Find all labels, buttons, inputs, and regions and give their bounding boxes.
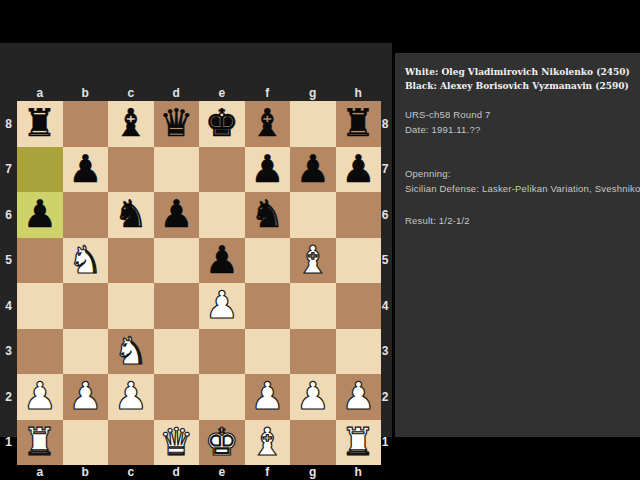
square-g8[interactable] — [290, 101, 336, 147]
rank-label-8: 8 — [0, 101, 17, 147]
file-label-a: a — [17, 86, 63, 101]
square-d6[interactable]: ♟ — [154, 192, 200, 238]
square-b3[interactable] — [63, 329, 109, 375]
file-label-b: b — [63, 465, 109, 480]
rank-label-2: 2 — [0, 374, 17, 420]
square-e3[interactable] — [199, 329, 245, 375]
rank-label-6: 6 — [0, 192, 17, 238]
file-label-g: g — [290, 465, 336, 480]
black-rook-a8[interactable]: ♜ — [23, 101, 57, 146]
square-d7[interactable] — [154, 147, 200, 193]
square-a6[interactable]: ♟ — [17, 192, 63, 238]
black-player-line: Black: Alexey Borisovich Vyzmanavin (259… — [405, 79, 630, 93]
file-label-e: e — [199, 465, 245, 480]
file-label-c: c — [108, 86, 154, 101]
rank-label-1: 1 — [0, 420, 17, 466]
square-c6[interactable]: ♞ — [108, 192, 154, 238]
square-a1[interactable]: ♜ — [17, 420, 63, 466]
square-h6[interactable] — [336, 192, 382, 238]
square-f8[interactable]: ♝ — [245, 101, 291, 147]
square-h2[interactable]: ♟ — [336, 374, 382, 420]
square-g6[interactable] — [290, 192, 336, 238]
square-f1[interactable]: ♝ — [245, 420, 291, 466]
black-pawn-f7[interactable]: ♟ — [250, 147, 284, 192]
square-g1[interactable] — [290, 420, 336, 466]
file-label-c: c — [108, 465, 154, 480]
square-a5[interactable] — [17, 238, 63, 284]
file-labels-top: abcdefgh — [17, 86, 381, 101]
square-g7[interactable]: ♟ — [290, 147, 336, 193]
white-pawn-a2[interactable]: ♟ — [23, 374, 57, 419]
file-label-d: d — [154, 465, 200, 480]
file-label-h: h — [336, 86, 382, 101]
file-label-g: g — [290, 86, 336, 101]
square-b2[interactable]: ♟ — [63, 374, 109, 420]
file-label-e: e — [199, 86, 245, 101]
square-f2[interactable]: ♟ — [245, 374, 291, 420]
square-a7[interactable] — [17, 147, 63, 193]
black-rook-h8[interactable]: ♜ — [341, 101, 375, 146]
white-pawn-e4[interactable]: ♟ — [205, 283, 239, 328]
white-pawn-h2[interactable]: ♟ — [341, 374, 375, 419]
rank-label-4: 4 — [378, 283, 392, 329]
square-b1[interactable] — [63, 420, 109, 466]
player-names: White: Oleg Vladimirovich Nikolenko (245… — [405, 65, 630, 93]
game-info-panel: White: Oleg Vladimirovich Nikolenko (245… — [395, 53, 640, 437]
square-d2[interactable] — [154, 374, 200, 420]
date-line: Date: 1991.11.?? — [405, 122, 491, 137]
square-c8[interactable]: ♝ — [108, 101, 154, 147]
white-rook-h1[interactable]: ♜ — [341, 420, 375, 465]
white-bishop-f1[interactable]: ♝ — [250, 420, 284, 465]
square-c1[interactable] — [108, 420, 154, 466]
square-f6[interactable]: ♞ — [245, 192, 291, 238]
rank-label-7: 7 — [0, 147, 17, 193]
square-a4[interactable] — [17, 283, 63, 329]
rank-label-7: 7 — [378, 147, 392, 193]
black-bishop-f8[interactable]: ♝ — [250, 101, 284, 146]
rank-labels-right: 87654321 — [378, 101, 392, 465]
file-labels-bottom: abcdefgh — [17, 465, 381, 480]
rank-label-2: 2 — [378, 374, 392, 420]
black-knight-f6[interactable]: ♞ — [250, 192, 284, 237]
square-d3[interactable] — [154, 329, 200, 375]
black-pawn-d6[interactable]: ♟ — [159, 192, 193, 237]
square-g5[interactable]: ♝ — [290, 238, 336, 284]
opening-name: Sicilian Defense: Lasker-Pelikan Variati… — [405, 181, 640, 196]
square-e6[interactable] — [199, 192, 245, 238]
black-knight-c6[interactable]: ♞ — [114, 192, 148, 237]
square-a8[interactable]: ♜ — [17, 101, 63, 147]
file-label-f: f — [245, 86, 291, 101]
square-d5[interactable] — [154, 238, 200, 284]
square-h4[interactable] — [336, 283, 382, 329]
square-d1[interactable]: ♛ — [154, 420, 200, 466]
square-f5[interactable] — [245, 238, 291, 284]
square-f7[interactable]: ♟ — [245, 147, 291, 193]
square-e5[interactable]: ♟ — [199, 238, 245, 284]
white-pawn-b2[interactable]: ♟ — [68, 374, 102, 419]
chess-board-widget: abcdefgh 87654321 ♜♝♛♚♝♜♟♟♟♟♟♞♟♞♞♟♝♟♞♟♟♟… — [0, 43, 392, 437]
rank-label-3: 3 — [0, 329, 17, 375]
white-knight-c3[interactable]: ♞ — [114, 329, 148, 374]
white-bishop-g5[interactable]: ♝ — [296, 238, 330, 283]
white-player-line: White: Oleg Vladimirovich Nikolenko (245… — [405, 65, 630, 79]
file-label-b: b — [63, 86, 109, 101]
square-h3[interactable] — [336, 329, 382, 375]
square-e1[interactable]: ♚ — [199, 420, 245, 466]
rank-labels-left: 87654321 — [0, 101, 17, 465]
square-c4[interactable] — [108, 283, 154, 329]
white-knight-b5[interactable]: ♞ — [68, 238, 102, 283]
rank-label-5: 5 — [0, 238, 17, 284]
square-b7[interactable]: ♟ — [63, 147, 109, 193]
file-label-h: h — [336, 465, 382, 480]
black-pawn-e5[interactable]: ♟ — [205, 238, 239, 283]
square-g3[interactable] — [290, 329, 336, 375]
square-a2[interactable]: ♟ — [17, 374, 63, 420]
black-pawn-h7[interactable]: ♟ — [341, 147, 375, 192]
square-h7[interactable]: ♟ — [336, 147, 382, 193]
rank-label-6: 6 — [378, 192, 392, 238]
white-king-e1[interactable]: ♚ — [205, 420, 239, 465]
square-e2[interactable] — [199, 374, 245, 420]
black-queen-d8[interactable]: ♛ — [159, 101, 193, 146]
square-g4[interactable] — [290, 283, 336, 329]
black-king-e8[interactable]: ♚ — [205, 101, 239, 146]
square-b4[interactable] — [63, 283, 109, 329]
square-b6[interactable] — [63, 192, 109, 238]
square-e7[interactable] — [199, 147, 245, 193]
white-pawn-c2[interactable]: ♟ — [114, 374, 148, 419]
file-label-d: d — [154, 86, 200, 101]
square-c5[interactable] — [108, 238, 154, 284]
rank-label-8: 8 — [378, 101, 392, 147]
square-f4[interactable] — [245, 283, 291, 329]
result-line: Result: 1/2-1/2 — [405, 213, 470, 228]
rank-label-3: 3 — [378, 329, 392, 375]
rank-label-5: 5 — [378, 238, 392, 284]
square-h8[interactable]: ♜ — [336, 101, 382, 147]
square-c7[interactable] — [108, 147, 154, 193]
opening-label: Openning: — [405, 166, 640, 181]
white-queen-d1[interactable]: ♛ — [159, 420, 193, 465]
rank-label-1: 1 — [378, 420, 392, 466]
square-h1[interactable]: ♜ — [336, 420, 382, 466]
square-a3[interactable] — [17, 329, 63, 375]
event-line: URS-ch58 Round 7 — [405, 107, 491, 122]
square-f3[interactable] — [245, 329, 291, 375]
black-pawn-g7[interactable]: ♟ — [296, 147, 330, 192]
square-d4[interactable] — [154, 283, 200, 329]
white-pawn-g2[interactable]: ♟ — [296, 374, 330, 419]
square-d8[interactable]: ♛ — [154, 101, 200, 147]
square-g2[interactable]: ♟ — [290, 374, 336, 420]
black-pawn-a6[interactable]: ♟ — [23, 192, 57, 237]
opening-info: Openning: Sicilian Defense: Lasker-Pelik… — [405, 166, 640, 196]
square-b8[interactable] — [63, 101, 109, 147]
square-h5[interactable] — [336, 238, 382, 284]
board: ♜♝♛♚♝♜♟♟♟♟♟♞♟♞♞♟♝♟♞♟♟♟♟♟♟♜♛♚♝♜ — [17, 101, 381, 465]
event-info: URS-ch58 Round 7 Date: 1991.11.?? — [405, 107, 491, 137]
square-c2[interactable]: ♟ — [108, 374, 154, 420]
rank-label-4: 4 — [0, 283, 17, 329]
white-rook-a1[interactable]: ♜ — [23, 420, 57, 465]
file-label-a: a — [17, 465, 63, 480]
square-c3[interactable]: ♞ — [108, 329, 154, 375]
page: abcdefgh 87654321 ♜♝♛♚♝♜♟♟♟♟♟♞♟♞♞♟♝♟♞♟♟♟… — [0, 0, 640, 480]
square-e4[interactable]: ♟ — [199, 283, 245, 329]
black-pawn-b7[interactable]: ♟ — [68, 147, 102, 192]
square-e8[interactable]: ♚ — [199, 101, 245, 147]
white-pawn-f2[interactable]: ♟ — [250, 374, 284, 419]
black-bishop-c8[interactable]: ♝ — [114, 101, 148, 146]
file-label-f: f — [245, 465, 291, 480]
square-b5[interactable]: ♞ — [63, 238, 109, 284]
